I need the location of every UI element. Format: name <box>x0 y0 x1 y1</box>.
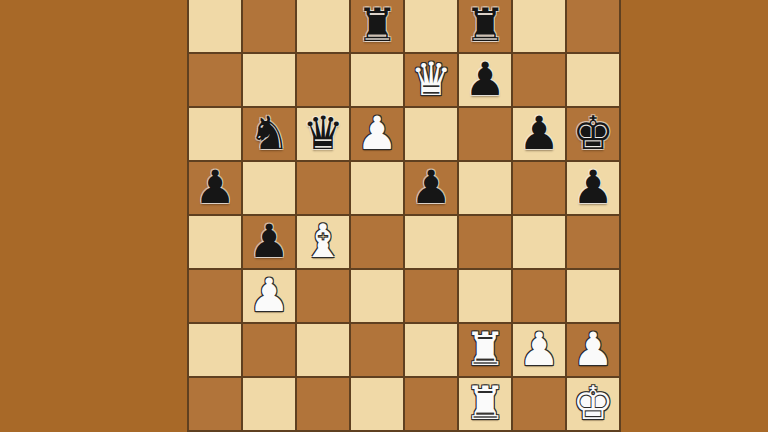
square-g6[interactable]: ♟ <box>513 108 565 160</box>
square-e5[interactable]: ♟ <box>405 162 457 214</box>
square-f1[interactable]: ♜ <box>459 378 511 430</box>
square-f8[interactable]: ♜ <box>459 0 511 52</box>
square-d5[interactable] <box>351 162 403 214</box>
square-b2[interactable] <box>243 324 295 376</box>
square-a5[interactable]: ♟ <box>189 162 241 214</box>
square-f3[interactable] <box>459 270 511 322</box>
square-c1[interactable] <box>297 378 349 430</box>
piece-white-queen: ♛ <box>410 56 451 102</box>
square-e7[interactable]: ♛ <box>405 54 457 106</box>
square-f4[interactable] <box>459 216 511 268</box>
square-g3[interactable] <box>513 270 565 322</box>
square-c8[interactable] <box>297 0 349 52</box>
piece-black-knight: ♞ <box>248 110 289 156</box>
piece-white-bishop: ♝ <box>302 218 343 264</box>
square-f5[interactable] <box>459 162 511 214</box>
square-g1[interactable] <box>513 378 565 430</box>
square-b1[interactable] <box>243 378 295 430</box>
square-d3[interactable] <box>351 270 403 322</box>
square-d1[interactable] <box>351 378 403 430</box>
square-g7[interactable] <box>513 54 565 106</box>
square-f2[interactable]: ♜ <box>459 324 511 376</box>
square-c2[interactable] <box>297 324 349 376</box>
square-g2[interactable]: ♟ <box>513 324 565 376</box>
square-b5[interactable] <box>243 162 295 214</box>
chess-board: ♜♜♛♟♞♛♟♟♚♟♟♟♟♝♟♜♟♟♜♚ <box>187 0 621 432</box>
square-a6[interactable] <box>189 108 241 160</box>
square-d7[interactable] <box>351 54 403 106</box>
piece-black-rook: ♜ <box>356 2 397 48</box>
square-h4[interactable] <box>567 216 619 268</box>
square-b6[interactable]: ♞ <box>243 108 295 160</box>
piece-black-rook: ♜ <box>464 2 505 48</box>
square-e3[interactable] <box>405 270 457 322</box>
square-h7[interactable] <box>567 54 619 106</box>
piece-black-queen: ♛ <box>302 110 343 156</box>
piece-black-king: ♚ <box>572 110 613 156</box>
piece-white-pawn: ♟ <box>248 272 289 318</box>
piece-black-pawn: ♟ <box>248 218 289 264</box>
square-e8[interactable] <box>405 0 457 52</box>
square-h2[interactable]: ♟ <box>567 324 619 376</box>
square-f6[interactable] <box>459 108 511 160</box>
square-e4[interactable] <box>405 216 457 268</box>
piece-black-pawn: ♟ <box>194 164 235 210</box>
square-g5[interactable] <box>513 162 565 214</box>
square-d2[interactable] <box>351 324 403 376</box>
piece-white-pawn: ♟ <box>572 326 613 372</box>
square-h6[interactable]: ♚ <box>567 108 619 160</box>
square-h8[interactable] <box>567 0 619 52</box>
square-e6[interactable] <box>405 108 457 160</box>
square-h5[interactable]: ♟ <box>567 162 619 214</box>
square-b7[interactable] <box>243 54 295 106</box>
square-b8[interactable] <box>243 0 295 52</box>
square-e1[interactable] <box>405 378 457 430</box>
piece-white-pawn: ♟ <box>356 110 397 156</box>
square-b4[interactable]: ♟ <box>243 216 295 268</box>
square-a3[interactable] <box>189 270 241 322</box>
square-h1[interactable]: ♚ <box>567 378 619 430</box>
square-d4[interactable] <box>351 216 403 268</box>
piece-black-pawn: ♟ <box>464 56 505 102</box>
piece-black-pawn: ♟ <box>410 164 451 210</box>
square-c4[interactable]: ♝ <box>297 216 349 268</box>
square-a2[interactable] <box>189 324 241 376</box>
square-e2[interactable] <box>405 324 457 376</box>
page-background: ♜♜♛♟♞♛♟♟♚♟♟♟♟♝♟♜♟♟♜♚ <box>0 0 768 432</box>
square-a1[interactable] <box>189 378 241 430</box>
square-a7[interactable] <box>189 54 241 106</box>
square-f7[interactable]: ♟ <box>459 54 511 106</box>
square-c6[interactable]: ♛ <box>297 108 349 160</box>
square-g4[interactable] <box>513 216 565 268</box>
piece-white-rook: ♜ <box>464 326 505 372</box>
piece-white-pawn: ♟ <box>518 326 559 372</box>
square-g8[interactable] <box>513 0 565 52</box>
square-c3[interactable] <box>297 270 349 322</box>
square-d6[interactable]: ♟ <box>351 108 403 160</box>
square-b3[interactable]: ♟ <box>243 270 295 322</box>
square-h3[interactable] <box>567 270 619 322</box>
square-a4[interactable] <box>189 216 241 268</box>
piece-white-rook: ♜ <box>464 380 505 426</box>
square-c5[interactable] <box>297 162 349 214</box>
piece-white-king: ♚ <box>572 380 613 426</box>
square-c7[interactable] <box>297 54 349 106</box>
piece-black-pawn: ♟ <box>518 110 559 156</box>
square-d8[interactable]: ♜ <box>351 0 403 52</box>
piece-black-pawn: ♟ <box>572 164 613 210</box>
square-a8[interactable] <box>189 0 241 52</box>
